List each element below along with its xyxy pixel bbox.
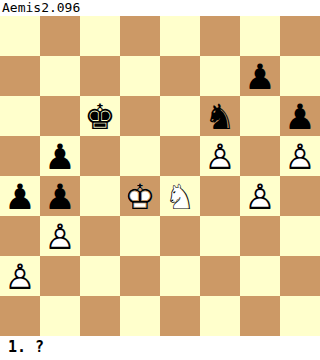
black-pawn: ♟	[40, 136, 80, 176]
black-pawn: ♟	[280, 96, 320, 136]
black-knight: ♞	[200, 96, 240, 136]
black-pawn: ♟	[240, 56, 280, 96]
move-prompt: 1. ?	[0, 336, 320, 360]
square-a7[interactable]	[0, 56, 40, 96]
square-c8[interactable]	[80, 16, 120, 56]
puzzle-title: Aemis2.096	[0, 0, 320, 16]
square-d6[interactable]	[120, 96, 160, 136]
square-h1[interactable]	[280, 296, 320, 336]
square-d1[interactable]	[120, 296, 160, 336]
square-f3[interactable]	[200, 216, 240, 256]
square-f6[interactable]: ♞	[200, 96, 240, 136]
white-pawn: ♙	[280, 136, 320, 176]
square-f2[interactable]	[200, 256, 240, 296]
square-g1[interactable]	[240, 296, 280, 336]
black-king: ♚	[80, 96, 120, 136]
square-h8[interactable]	[280, 16, 320, 56]
square-b1[interactable]	[40, 296, 80, 336]
square-e3[interactable]	[160, 216, 200, 256]
square-b7[interactable]	[40, 56, 80, 96]
square-e6[interactable]	[160, 96, 200, 136]
square-d7[interactable]	[120, 56, 160, 96]
square-c5[interactable]	[80, 136, 120, 176]
square-a8[interactable]	[0, 16, 40, 56]
square-d3[interactable]	[120, 216, 160, 256]
black-pawn: ♟	[0, 176, 40, 216]
square-b2[interactable]	[40, 256, 80, 296]
square-g8[interactable]	[240, 16, 280, 56]
square-e1[interactable]	[160, 296, 200, 336]
square-e4[interactable]: ♞♘	[160, 176, 200, 216]
square-b5[interactable]: ♟	[40, 136, 80, 176]
white-king: ♔	[120, 176, 160, 216]
square-b3[interactable]: ♟♙	[40, 216, 80, 256]
square-f4[interactable]	[200, 176, 240, 216]
square-a1[interactable]	[0, 296, 40, 336]
square-a2[interactable]: ♟♙	[0, 256, 40, 296]
square-f7[interactable]	[200, 56, 240, 96]
black-pawn: ♟	[40, 176, 80, 216]
square-g5[interactable]	[240, 136, 280, 176]
square-a4[interactable]: ♟	[0, 176, 40, 216]
square-h6[interactable]: ♟	[280, 96, 320, 136]
square-b4[interactable]: ♟	[40, 176, 80, 216]
square-b6[interactable]	[40, 96, 80, 136]
square-a6[interactable]	[0, 96, 40, 136]
square-a5[interactable]	[0, 136, 40, 176]
square-h2[interactable]	[280, 256, 320, 296]
square-e5[interactable]	[160, 136, 200, 176]
square-h7[interactable]	[280, 56, 320, 96]
square-d8[interactable]	[120, 16, 160, 56]
white-pawn: ♙	[40, 216, 80, 256]
white-knight: ♘	[160, 176, 200, 216]
square-g7[interactable]: ♟	[240, 56, 280, 96]
square-f5[interactable]: ♟♙	[200, 136, 240, 176]
square-g6[interactable]	[240, 96, 280, 136]
square-h5[interactable]: ♟♙	[280, 136, 320, 176]
chess-diagram-window: Aemis2.096 ♟♚♞♟♟♟♙♟♙♟♟♚♔♞♘♟♙♟♙♟♙ 1. ?	[0, 0, 320, 360]
square-c3[interactable]	[80, 216, 120, 256]
square-g4[interactable]: ♟♙	[240, 176, 280, 216]
white-pawn: ♙	[200, 136, 240, 176]
square-f8[interactable]	[200, 16, 240, 56]
square-e8[interactable]	[160, 16, 200, 56]
square-e2[interactable]	[160, 256, 200, 296]
square-c2[interactable]	[80, 256, 120, 296]
square-d2[interactable]	[120, 256, 160, 296]
white-pawn: ♙	[240, 176, 280, 216]
square-b8[interactable]	[40, 16, 80, 56]
white-pawn: ♙	[0, 256, 40, 296]
square-d5[interactable]	[120, 136, 160, 176]
square-h3[interactable]	[280, 216, 320, 256]
square-d4[interactable]: ♚♔	[120, 176, 160, 216]
square-c1[interactable]	[80, 296, 120, 336]
square-c4[interactable]	[80, 176, 120, 216]
square-e7[interactable]	[160, 56, 200, 96]
square-a3[interactable]	[0, 216, 40, 256]
chess-board: ♟♚♞♟♟♟♙♟♙♟♟♚♔♞♘♟♙♟♙♟♙	[0, 16, 320, 336]
square-g3[interactable]	[240, 216, 280, 256]
square-c6[interactable]: ♚	[80, 96, 120, 136]
square-h4[interactable]	[280, 176, 320, 216]
square-g2[interactable]	[240, 256, 280, 296]
square-f1[interactable]	[200, 296, 240, 336]
square-c7[interactable]	[80, 56, 120, 96]
